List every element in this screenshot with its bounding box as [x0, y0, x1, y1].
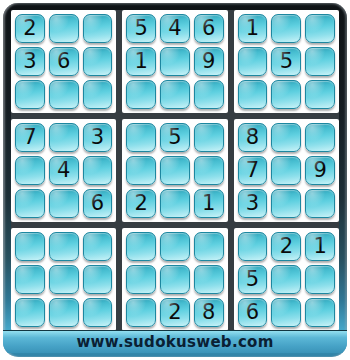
cell-r4c1[interactable]: 7 — [15, 123, 45, 152]
cell-r6c1[interactable] — [15, 189, 45, 218]
cell-r1c7[interactable]: 1 — [238, 14, 268, 43]
cell-r2c1[interactable]: 3 — [15, 47, 45, 76]
sudoku-box-1-1: 521 — [122, 119, 227, 222]
cell-r4c6[interactable] — [194, 123, 224, 152]
cell-r6c9[interactable] — [305, 189, 335, 218]
cell-r2c3[interactable] — [83, 47, 113, 76]
cell-r8c7[interactable]: 5 — [238, 265, 268, 294]
sudoku-box-0-1: 54619 — [122, 10, 227, 113]
cell-r6c3[interactable]: 6 — [83, 189, 113, 218]
sudoku-board: 236546191573465218793282156 — [11, 10, 339, 331]
cell-r1c3[interactable] — [83, 14, 113, 43]
cell-r2c4[interactable]: 1 — [126, 47, 156, 76]
cell-r3c1[interactable] — [15, 80, 45, 109]
cell-r5c1[interactable] — [15, 156, 45, 185]
cell-r4c3[interactable]: 3 — [83, 123, 113, 152]
sudoku-box-0-2: 15 — [234, 10, 339, 113]
cell-r1c2[interactable] — [49, 14, 79, 43]
cell-r8c5[interactable] — [160, 265, 190, 294]
cell-r1c8[interactable] — [271, 14, 301, 43]
cell-r6c4[interactable]: 2 — [126, 189, 156, 218]
cell-r9c7[interactable]: 6 — [238, 298, 268, 327]
cell-r5c4[interactable] — [126, 156, 156, 185]
cell-r5c2[interactable]: 4 — [49, 156, 79, 185]
cell-r8c6[interactable] — [194, 265, 224, 294]
sudoku-box-1-0: 7346 — [11, 119, 116, 222]
cell-r9c2[interactable] — [49, 298, 79, 327]
sudoku-page: 236546191573465218793282156 www.sudokusw… — [0, 0, 350, 360]
cell-r2c6[interactable]: 9 — [194, 47, 224, 76]
cell-r1c5[interactable]: 4 — [160, 14, 190, 43]
sudoku-box-0-0: 236 — [11, 10, 116, 113]
cell-r8c3[interactable] — [83, 265, 113, 294]
cell-r1c6[interactable]: 6 — [194, 14, 224, 43]
cell-r7c7[interactable] — [238, 232, 268, 261]
cell-r4c7[interactable]: 8 — [238, 123, 268, 152]
cell-r9c8[interactable] — [271, 298, 301, 327]
cell-r1c4[interactable]: 5 — [126, 14, 156, 43]
cell-r9c5[interactable]: 2 — [160, 298, 190, 327]
cell-r8c9[interactable] — [305, 265, 335, 294]
cell-r6c6[interactable]: 1 — [194, 189, 224, 218]
cell-r2c8[interactable]: 5 — [271, 47, 301, 76]
cell-r2c7[interactable] — [238, 47, 268, 76]
cell-r9c4[interactable] — [126, 298, 156, 327]
footer-band: www.sudokusweb.com — [3, 330, 347, 353]
cell-r7c8[interactable]: 2 — [271, 232, 301, 261]
sudoku-box-2-0 — [11, 228, 116, 331]
cell-r9c6[interactable]: 8 — [194, 298, 224, 327]
cell-r3c9[interactable] — [305, 80, 335, 109]
cell-r7c5[interactable] — [160, 232, 190, 261]
cell-r8c4[interactable] — [126, 265, 156, 294]
cell-r6c7[interactable]: 3 — [238, 189, 268, 218]
cell-r3c5[interactable] — [160, 80, 190, 109]
cell-r5c3[interactable] — [83, 156, 113, 185]
cell-r7c2[interactable] — [49, 232, 79, 261]
cell-r9c3[interactable] — [83, 298, 113, 327]
cell-r4c9[interactable] — [305, 123, 335, 152]
cell-r7c3[interactable] — [83, 232, 113, 261]
cell-r4c8[interactable] — [271, 123, 301, 152]
cell-r5c5[interactable] — [160, 156, 190, 185]
cell-r5c8[interactable] — [271, 156, 301, 185]
cell-r6c2[interactable] — [49, 189, 79, 218]
cell-r2c2[interactable]: 6 — [49, 47, 79, 76]
cell-r3c2[interactable] — [49, 80, 79, 109]
cell-r5c6[interactable] — [194, 156, 224, 185]
cell-r8c1[interactable] — [15, 265, 45, 294]
cell-r2c9[interactable] — [305, 47, 335, 76]
cell-r4c4[interactable] — [126, 123, 156, 152]
cell-r7c9[interactable]: 1 — [305, 232, 335, 261]
cell-r7c6[interactable] — [194, 232, 224, 261]
cell-r8c8[interactable] — [271, 265, 301, 294]
cell-r2c5[interactable] — [160, 47, 190, 76]
cell-r5c7[interactable]: 7 — [238, 156, 268, 185]
cell-r5c9[interactable]: 9 — [305, 156, 335, 185]
cell-r3c4[interactable] — [126, 80, 156, 109]
cell-r4c5[interactable]: 5 — [160, 123, 190, 152]
sudoku-frame: 236546191573465218793282156 www.sudokusw… — [3, 3, 347, 357]
cell-r7c1[interactable] — [15, 232, 45, 261]
cell-r1c1[interactable]: 2 — [15, 14, 45, 43]
cell-r3c8[interactable] — [271, 80, 301, 109]
cell-r4c2[interactable] — [49, 123, 79, 152]
cell-r8c2[interactable] — [49, 265, 79, 294]
cell-r3c6[interactable] — [194, 80, 224, 109]
cell-r3c3[interactable] — [83, 80, 113, 109]
cell-r7c4[interactable] — [126, 232, 156, 261]
site-link[interactable]: www.sudokusweb.com — [76, 333, 273, 351]
sudoku-box-1-2: 8793 — [234, 119, 339, 222]
sudoku-box-2-1: 28 — [122, 228, 227, 331]
cell-r3c7[interactable] — [238, 80, 268, 109]
cell-r6c5[interactable] — [160, 189, 190, 218]
cell-r9c9[interactable] — [305, 298, 335, 327]
sudoku-box-2-2: 2156 — [234, 228, 339, 331]
cell-r1c9[interactable] — [305, 14, 335, 43]
cell-r6c8[interactable] — [271, 189, 301, 218]
cell-r9c1[interactable] — [15, 298, 45, 327]
